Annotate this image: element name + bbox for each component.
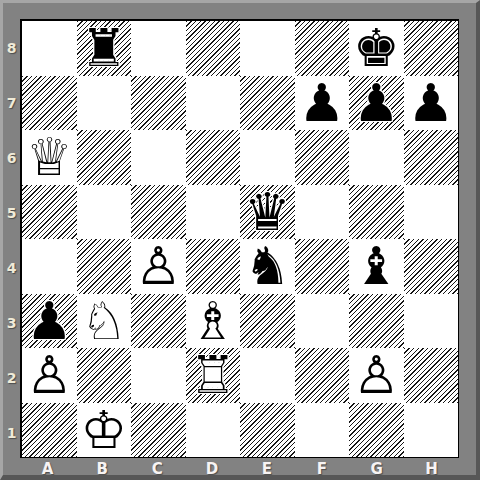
square-a2[interactable]: ♟♙ bbox=[22, 348, 77, 403]
square-d1[interactable] bbox=[186, 403, 241, 458]
square-e6[interactable] bbox=[240, 130, 295, 185]
white-rook-d2[interactable]: ♜♖ bbox=[186, 348, 241, 403]
square-b7[interactable] bbox=[77, 76, 132, 131]
black-pawn-g7[interactable]: ♟♟ bbox=[349, 76, 404, 131]
rank-label-2: 2 bbox=[3, 350, 20, 405]
square-c8[interactable] bbox=[131, 21, 186, 76]
square-h7[interactable]: ♟♟ bbox=[404, 76, 459, 131]
square-e8[interactable] bbox=[240, 21, 295, 76]
rank-labels: 87654321 bbox=[3, 21, 20, 460]
square-g8[interactable]: ♚♚ bbox=[349, 21, 404, 76]
square-d2[interactable]: ♜♖ bbox=[186, 348, 241, 403]
square-a5[interactable] bbox=[22, 185, 77, 240]
square-f1[interactable] bbox=[295, 403, 350, 458]
black-pawn-icon: ♟ bbox=[298, 77, 345, 129]
white-king-icon: ♔ bbox=[80, 404, 127, 456]
file-label-b: B bbox=[75, 459, 130, 478]
black-queen-e5[interactable]: ♛♛ bbox=[240, 185, 295, 240]
square-f2[interactable] bbox=[295, 348, 350, 403]
square-d3[interactable]: ♝♗ bbox=[186, 294, 241, 349]
square-f8[interactable] bbox=[295, 21, 350, 76]
white-pawn-a2[interactable]: ♟♙ bbox=[22, 348, 77, 403]
black-bishop-icon: ♝ bbox=[353, 240, 400, 292]
rank-label-4: 4 bbox=[3, 241, 20, 296]
white-pawn-icon: ♙ bbox=[135, 240, 182, 292]
white-knight-icon: ♘ bbox=[80, 295, 127, 347]
square-b3[interactable]: ♞♘ bbox=[77, 294, 132, 349]
square-d4[interactable] bbox=[186, 239, 241, 294]
square-e3[interactable] bbox=[240, 294, 295, 349]
square-f5[interactable] bbox=[295, 185, 350, 240]
black-pawn-f7[interactable]: ♟♟ bbox=[295, 76, 350, 131]
black-pawn-icon: ♟ bbox=[407, 77, 454, 129]
white-bishop-d3[interactable]: ♝♗ bbox=[186, 294, 241, 349]
square-d6[interactable] bbox=[186, 130, 241, 185]
square-g3[interactable] bbox=[349, 294, 404, 349]
square-g5[interactable] bbox=[349, 185, 404, 240]
file-label-a: A bbox=[20, 459, 75, 478]
square-b1[interactable]: ♚♔ bbox=[77, 403, 132, 458]
black-king-icon: ♚ bbox=[353, 22, 400, 74]
square-d5[interactable] bbox=[186, 185, 241, 240]
square-c4[interactable]: ♟♙ bbox=[131, 239, 186, 294]
rank-label-1: 1 bbox=[3, 405, 20, 460]
square-h4[interactable] bbox=[404, 239, 459, 294]
black-knight-icon: ♞ bbox=[244, 240, 291, 292]
file-label-c: C bbox=[130, 459, 185, 478]
rank-label-7: 7 bbox=[3, 76, 20, 131]
black-bishop-g4[interactable]: ♝♝ bbox=[349, 239, 404, 294]
square-e7[interactable] bbox=[240, 76, 295, 131]
white-pawn-icon: ♙ bbox=[353, 349, 400, 401]
white-pawn-c4[interactable]: ♟♙ bbox=[131, 239, 186, 294]
square-e4[interactable]: ♞♞ bbox=[240, 239, 295, 294]
rank-label-5: 5 bbox=[3, 186, 20, 241]
square-f3[interactable] bbox=[295, 294, 350, 349]
chess-diagram-frame: 87654321 ♜♜♚♚♟♟♟♟♟♟♛♕♛♛♟♙♞♞♝♝♟♟♞♘♝♗♟♙♜♖♟… bbox=[0, 0, 480, 480]
black-pawn-icon: ♟ bbox=[353, 77, 400, 129]
square-d8[interactable] bbox=[186, 21, 241, 76]
square-a6[interactable]: ♛♕ bbox=[22, 130, 77, 185]
square-h5[interactable] bbox=[404, 185, 459, 240]
file-label-d: D bbox=[185, 459, 240, 478]
square-b5[interactable] bbox=[77, 185, 132, 240]
square-e5[interactable]: ♛♛ bbox=[240, 185, 295, 240]
black-knight-e4[interactable]: ♞♞ bbox=[240, 239, 295, 294]
square-c2[interactable] bbox=[131, 348, 186, 403]
square-c7[interactable] bbox=[131, 76, 186, 131]
square-g6[interactable] bbox=[349, 130, 404, 185]
white-bishop-icon: ♗ bbox=[189, 295, 236, 347]
square-a3[interactable]: ♟♟ bbox=[22, 294, 77, 349]
square-g7[interactable]: ♟♟ bbox=[349, 76, 404, 131]
square-g1[interactable] bbox=[349, 403, 404, 458]
file-label-g: G bbox=[349, 459, 404, 478]
square-g2[interactable]: ♟♙ bbox=[349, 348, 404, 403]
square-a7[interactable] bbox=[22, 76, 77, 131]
square-h2[interactable] bbox=[404, 348, 459, 403]
square-a4[interactable] bbox=[22, 239, 77, 294]
square-c3[interactable] bbox=[131, 294, 186, 349]
black-rook-icon: ♜ bbox=[80, 22, 127, 74]
rank-label-8: 8 bbox=[3, 21, 20, 76]
square-a1[interactable] bbox=[22, 403, 77, 458]
square-h3[interactable] bbox=[404, 294, 459, 349]
square-h1[interactable] bbox=[404, 403, 459, 458]
square-e1[interactable] bbox=[240, 403, 295, 458]
square-b8[interactable]: ♜♜ bbox=[77, 21, 132, 76]
square-h8[interactable] bbox=[404, 21, 459, 76]
white-king-b1[interactable]: ♚♔ bbox=[77, 403, 132, 458]
file-label-f: F bbox=[294, 459, 349, 478]
black-pawn-icon: ♟ bbox=[26, 295, 73, 347]
square-b4[interactable] bbox=[77, 239, 132, 294]
square-e2[interactable] bbox=[240, 348, 295, 403]
black-queen-icon: ♛ bbox=[244, 186, 291, 238]
white-queen-icon: ♕ bbox=[26, 131, 73, 183]
square-d7[interactable] bbox=[186, 76, 241, 131]
square-c1[interactable] bbox=[131, 403, 186, 458]
square-f4[interactable] bbox=[295, 239, 350, 294]
black-king-g8[interactable]: ♚♚ bbox=[349, 21, 404, 76]
file-label-h: H bbox=[404, 459, 459, 478]
white-pawn-g2[interactable]: ♟♙ bbox=[349, 348, 404, 403]
black-pawn-h7[interactable]: ♟♟ bbox=[404, 76, 459, 131]
square-f7[interactable]: ♟♟ bbox=[295, 76, 350, 131]
black-rook-b8[interactable]: ♜♜ bbox=[77, 21, 132, 76]
square-c5[interactable] bbox=[131, 185, 186, 240]
chess-board: ♜♜♚♚♟♟♟♟♟♟♛♕♛♛♟♙♞♞♝♝♟♟♞♘♝♗♟♙♜♖♟♙♚♔ bbox=[20, 19, 459, 458]
file-label-e: E bbox=[240, 459, 295, 478]
square-b6[interactable] bbox=[77, 130, 132, 185]
rank-label-3: 3 bbox=[3, 295, 20, 350]
square-f6[interactable] bbox=[295, 130, 350, 185]
white-pawn-icon: ♙ bbox=[26, 349, 73, 401]
white-queen-a6[interactable]: ♛♕ bbox=[22, 130, 77, 185]
rank-label-6: 6 bbox=[3, 131, 20, 186]
black-pawn-a3[interactable]: ♟♟ bbox=[22, 294, 77, 349]
square-c6[interactable] bbox=[131, 130, 186, 185]
square-b2[interactable] bbox=[77, 348, 132, 403]
square-g4[interactable]: ♝♝ bbox=[349, 239, 404, 294]
square-h6[interactable] bbox=[404, 130, 459, 185]
square-a8[interactable] bbox=[22, 21, 77, 76]
white-knight-b3[interactable]: ♞♘ bbox=[77, 294, 132, 349]
file-labels: ABCDEFGH bbox=[20, 459, 459, 478]
white-rook-icon: ♖ bbox=[189, 349, 236, 401]
